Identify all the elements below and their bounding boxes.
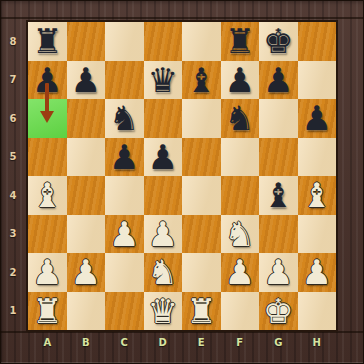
file-label-b: B xyxy=(67,331,106,353)
square-g7[interactable]: ♟ xyxy=(259,61,298,100)
square-c1[interactable] xyxy=(105,292,144,331)
square-e7[interactable]: ♝ xyxy=(182,61,221,100)
square-g8[interactable]: ♚ xyxy=(259,22,298,61)
square-c2[interactable] xyxy=(105,253,144,292)
square-c8[interactable] xyxy=(105,22,144,61)
square-f7[interactable]: ♟ xyxy=(221,61,260,100)
square-e5[interactable] xyxy=(182,138,221,177)
square-h2[interactable]: ♟ xyxy=(298,253,337,292)
piece-black-king[interactable]: ♚ xyxy=(259,22,298,61)
square-a1[interactable]: ♜ xyxy=(28,292,67,331)
file-labels: ABCDEFGH xyxy=(28,331,336,353)
square-b3[interactable] xyxy=(67,215,106,254)
square-h3[interactable] xyxy=(298,215,337,254)
piece-black-pawn[interactable]: ♟ xyxy=(221,61,260,100)
file-label-h: H xyxy=(298,331,337,353)
square-d4[interactable] xyxy=(144,176,183,215)
square-h6[interactable]: ♟ xyxy=(298,99,337,138)
square-d1[interactable]: ♛ xyxy=(144,292,183,331)
piece-black-pawn[interactable]: ♟ xyxy=(105,138,144,177)
square-d6[interactable] xyxy=(144,99,183,138)
square-a4[interactable]: ♝ xyxy=(28,176,67,215)
square-g5[interactable] xyxy=(259,138,298,177)
piece-white-bishop[interactable]: ♝ xyxy=(28,176,67,215)
square-d7[interactable]: ♛ xyxy=(144,61,183,100)
square-e4[interactable] xyxy=(182,176,221,215)
piece-white-pawn[interactable]: ♟ xyxy=(28,253,67,292)
square-g4[interactable]: ♝ xyxy=(259,176,298,215)
square-h7[interactable] xyxy=(298,61,337,100)
square-f2[interactable]: ♟ xyxy=(221,253,260,292)
square-c7[interactable] xyxy=(105,61,144,100)
piece-white-king[interactable]: ♚ xyxy=(259,292,298,331)
square-f1[interactable] xyxy=(221,292,260,331)
piece-white-knight[interactable]: ♞ xyxy=(144,253,183,292)
square-h5[interactable] xyxy=(298,138,337,177)
square-b6[interactable] xyxy=(67,99,106,138)
file-label-d: D xyxy=(144,331,183,353)
chess-board-widget: 87654321 ♜♜♚♟♟♛♝♟♟♞♞♟♟♟♝♝♝♟♟♞♟♟♞♟♟♟♜♛♜♚ … xyxy=(0,0,364,364)
piece-white-pawn[interactable]: ♟ xyxy=(221,253,260,292)
piece-black-rook[interactable]: ♜ xyxy=(28,22,67,61)
piece-white-pawn[interactable]: ♟ xyxy=(67,253,106,292)
square-c3[interactable]: ♟ xyxy=(105,215,144,254)
piece-black-pawn[interactable]: ♟ xyxy=(144,138,183,177)
piece-white-queen[interactable]: ♛ xyxy=(144,292,183,331)
file-label-a: A xyxy=(28,331,67,353)
square-h8[interactable] xyxy=(298,22,337,61)
rank-label-2: 2 xyxy=(0,253,26,292)
square-b5[interactable] xyxy=(67,138,106,177)
rank-label-7: 7 xyxy=(0,61,26,100)
square-a3[interactable] xyxy=(28,215,67,254)
board: ♜♜♚♟♟♛♝♟♟♞♞♟♟♟♝♝♝♟♟♞♟♟♞♟♟♟♜♛♜♚ xyxy=(26,20,338,332)
square-d5[interactable]: ♟ xyxy=(144,138,183,177)
square-c5[interactable]: ♟ xyxy=(105,138,144,177)
square-b8[interactable] xyxy=(67,22,106,61)
square-d8[interactable] xyxy=(144,22,183,61)
square-f4[interactable] xyxy=(221,176,260,215)
rank-label-6: 6 xyxy=(0,99,26,138)
square-g1[interactable]: ♚ xyxy=(259,292,298,331)
piece-white-rook[interactable]: ♜ xyxy=(28,292,67,331)
piece-black-knight[interactable]: ♞ xyxy=(221,99,260,138)
rank-label-4: 4 xyxy=(0,176,26,215)
square-g3[interactable] xyxy=(259,215,298,254)
piece-black-pawn[interactable]: ♟ xyxy=(298,99,337,138)
file-label-f: F xyxy=(221,331,260,353)
square-h4[interactable]: ♝ xyxy=(298,176,337,215)
square-c6[interactable]: ♞ xyxy=(105,99,144,138)
square-e1[interactable]: ♜ xyxy=(182,292,221,331)
square-a7[interactable]: ♟ xyxy=(28,61,67,100)
square-d2[interactable]: ♞ xyxy=(144,253,183,292)
square-g2[interactable]: ♟ xyxy=(259,253,298,292)
square-e3[interactable] xyxy=(182,215,221,254)
square-a5[interactable] xyxy=(28,138,67,177)
piece-white-knight[interactable]: ♞ xyxy=(221,215,260,254)
square-d3[interactable]: ♟ xyxy=(144,215,183,254)
square-b4[interactable] xyxy=(67,176,106,215)
piece-white-pawn[interactable]: ♟ xyxy=(144,215,183,254)
square-h1[interactable] xyxy=(298,292,337,331)
square-b1[interactable] xyxy=(67,292,106,331)
rank-label-1: 1 xyxy=(0,292,26,331)
piece-black-queen[interactable]: ♛ xyxy=(144,61,183,100)
rank-label-8: 8 xyxy=(0,22,26,61)
square-e8[interactable] xyxy=(182,22,221,61)
piece-black-pawn[interactable]: ♟ xyxy=(28,61,67,100)
piece-white-bishop[interactable]: ♝ xyxy=(298,176,337,215)
piece-white-pawn[interactable]: ♟ xyxy=(259,253,298,292)
piece-white-pawn[interactable]: ♟ xyxy=(105,215,144,254)
square-a2[interactable]: ♟ xyxy=(28,253,67,292)
square-c4[interactable] xyxy=(105,176,144,215)
rank-label-3: 3 xyxy=(0,215,26,254)
piece-black-rook[interactable]: ♜ xyxy=(221,22,260,61)
piece-white-rook[interactable]: ♜ xyxy=(182,292,221,331)
piece-black-bishop[interactable]: ♝ xyxy=(182,61,221,100)
piece-black-pawn[interactable]: ♟ xyxy=(259,61,298,100)
file-label-g: G xyxy=(259,331,298,353)
square-a8[interactable]: ♜ xyxy=(28,22,67,61)
square-g6[interactable] xyxy=(259,99,298,138)
piece-black-pawn[interactable]: ♟ xyxy=(67,61,106,100)
piece-white-pawn[interactable]: ♟ xyxy=(298,253,337,292)
square-f6[interactable]: ♞ xyxy=(221,99,260,138)
rank-labels: 87654321 xyxy=(0,22,26,330)
square-f5[interactable] xyxy=(221,138,260,177)
square-e6[interactable] xyxy=(182,99,221,138)
square-e2[interactable] xyxy=(182,253,221,292)
file-label-c: C xyxy=(105,331,144,353)
rank-label-5: 5 xyxy=(0,138,26,177)
square-a6[interactable] xyxy=(28,99,67,138)
square-f8[interactable]: ♜ xyxy=(221,22,260,61)
piece-black-bishop[interactable]: ♝ xyxy=(259,176,298,215)
square-b2[interactable]: ♟ xyxy=(67,253,106,292)
square-b7[interactable]: ♟ xyxy=(67,61,106,100)
file-label-e: E xyxy=(182,331,221,353)
piece-black-knight[interactable]: ♞ xyxy=(105,99,144,138)
square-f3[interactable]: ♞ xyxy=(221,215,260,254)
frame-edge-line-top xyxy=(0,17,364,19)
